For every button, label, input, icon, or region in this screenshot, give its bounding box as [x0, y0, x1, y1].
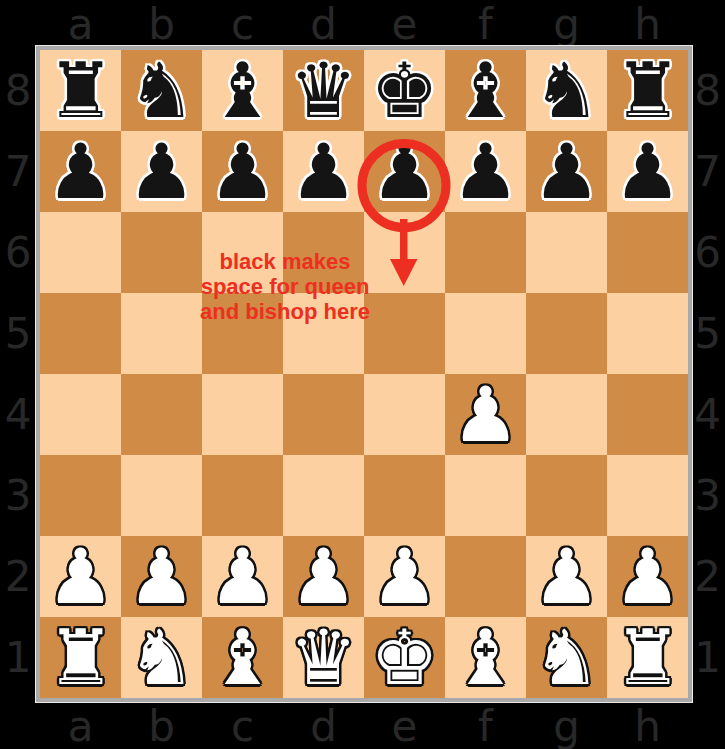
square-b4[interactable] [121, 374, 202, 455]
annotation-line-1: black makes [185, 249, 385, 274]
square-b1[interactable]: ♞ [121, 617, 202, 698]
black-knight-icon: ♞ [127, 50, 195, 131]
black-rook-icon: ♜ [46, 50, 114, 131]
white-bishop-icon: ♝ [208, 617, 276, 698]
square-a4[interactable] [40, 374, 121, 455]
square-a5[interactable] [40, 293, 121, 374]
left-rank-labels: 87654321 [0, 50, 36, 698]
square-g6[interactable] [526, 212, 607, 293]
white-pawn-icon: ♟ [451, 374, 519, 455]
file-label-g: g [526, 702, 607, 749]
square-a7[interactable]: ♟ [40, 131, 121, 212]
rank-label-5: 5 [0, 293, 36, 374]
file-label-d: d [283, 0, 364, 49]
black-bishop-icon: ♝ [208, 50, 276, 131]
rank-label-6: 6 [0, 212, 36, 293]
rank-label-4: 4 [690, 374, 725, 455]
square-g8[interactable]: ♞ [526, 50, 607, 131]
square-c4[interactable] [202, 374, 283, 455]
square-d1[interactable]: ♛ [283, 617, 364, 698]
square-h2[interactable]: ♟ [607, 536, 688, 617]
square-c3[interactable] [202, 455, 283, 536]
white-pawn-icon: ♟ [289, 536, 357, 617]
square-b3[interactable] [121, 455, 202, 536]
black-knight-icon: ♞ [532, 50, 600, 131]
square-c7[interactable]: ♟ [202, 131, 283, 212]
black-pawn-icon: ♟ [613, 131, 681, 212]
black-pawn-icon: ♟ [127, 131, 195, 212]
black-pawn-icon: ♟ [370, 131, 438, 212]
top-file-labels: abcdefgh [40, 0, 688, 46]
square-f4[interactable]: ♟ [445, 374, 526, 455]
square-c8[interactable]: ♝ [202, 50, 283, 131]
black-bishop-icon: ♝ [451, 50, 519, 131]
square-g5[interactable] [526, 293, 607, 374]
annotation-line-2: space for queen [185, 274, 385, 299]
square-e3[interactable] [364, 455, 445, 536]
white-pawn-icon: ♟ [208, 536, 276, 617]
black-king-icon: ♚ [370, 50, 438, 131]
chess-diagram-page: abcdefgh 87654321 ♜♞♝♛♚♝♞♜♟♟♟♟♟♟♟♟♟♟♟♟♟♟… [0, 0, 725, 749]
rank-label-2: 2 [690, 536, 725, 617]
square-f7[interactable]: ♟ [445, 131, 526, 212]
square-b7[interactable]: ♟ [121, 131, 202, 212]
square-d3[interactable] [283, 455, 364, 536]
white-queen-icon: ♛ [289, 617, 357, 698]
square-f5[interactable] [445, 293, 526, 374]
rank-label-8: 8 [690, 50, 725, 131]
square-g7[interactable]: ♟ [526, 131, 607, 212]
white-pawn-icon: ♟ [46, 536, 114, 617]
square-c1[interactable]: ♝ [202, 617, 283, 698]
white-bishop-icon: ♝ [451, 617, 519, 698]
square-d8[interactable]: ♛ [283, 50, 364, 131]
square-a3[interactable] [40, 455, 121, 536]
square-c2[interactable]: ♟ [202, 536, 283, 617]
square-f2[interactable] [445, 536, 526, 617]
rank-label-8: 8 [0, 50, 36, 131]
white-rook-icon: ♜ [613, 617, 681, 698]
white-pawn-icon: ♟ [127, 536, 195, 617]
square-a6[interactable] [40, 212, 121, 293]
square-d4[interactable] [283, 374, 364, 455]
rank-label-1: 1 [690, 617, 725, 698]
square-d7[interactable]: ♟ [283, 131, 364, 212]
black-pawn-icon: ♟ [46, 131, 114, 212]
black-pawn-icon: ♟ [208, 131, 276, 212]
file-label-e: e [364, 702, 445, 749]
file-label-h: h [607, 702, 688, 749]
right-rank-labels: 87654321 [690, 50, 725, 698]
square-b2[interactable]: ♟ [121, 536, 202, 617]
square-h6[interactable] [607, 212, 688, 293]
square-h8[interactable]: ♜ [607, 50, 688, 131]
square-h5[interactable] [607, 293, 688, 374]
file-label-a: a [40, 702, 121, 749]
square-h7[interactable]: ♟ [607, 131, 688, 212]
annotation-text: black makes space for queen and bishop h… [185, 249, 385, 324]
square-g4[interactable] [526, 374, 607, 455]
rank-label-7: 7 [690, 131, 725, 212]
file-label-f: f [445, 702, 526, 749]
white-pawn-icon: ♟ [613, 536, 681, 617]
rank-label-1: 1 [0, 617, 36, 698]
file-label-e: e [364, 0, 445, 49]
rank-label-3: 3 [690, 455, 725, 536]
rank-label-4: 4 [0, 374, 36, 455]
bottom-file-labels: abcdefgh [40, 702, 688, 749]
annotation-line-3: and bishop here [185, 299, 385, 324]
square-e1[interactable]: ♚ [364, 617, 445, 698]
square-g3[interactable] [526, 455, 607, 536]
rank-label-3: 3 [0, 455, 36, 536]
square-b8[interactable]: ♞ [121, 50, 202, 131]
rank-label-2: 2 [0, 536, 36, 617]
square-a1[interactable]: ♜ [40, 617, 121, 698]
black-rook-icon: ♜ [613, 50, 681, 131]
black-pawn-icon: ♟ [289, 131, 357, 212]
file-label-c: c [202, 0, 283, 49]
chess-board: ♜♞♝♛♚♝♞♜♟♟♟♟♟♟♟♟♟♟♟♟♟♟♟♟♜♞♝♛♚♝♞♜ [36, 46, 692, 702]
square-e4[interactable] [364, 374, 445, 455]
square-f8[interactable]: ♝ [445, 50, 526, 131]
file-label-d: d [283, 702, 364, 749]
white-knight-icon: ♞ [532, 617, 600, 698]
white-rook-icon: ♜ [46, 617, 114, 698]
square-h4[interactable] [607, 374, 688, 455]
black-queen-icon: ♛ [289, 50, 357, 131]
square-h1[interactable]: ♜ [607, 617, 688, 698]
file-label-h: h [607, 0, 688, 49]
square-g1[interactable]: ♞ [526, 617, 607, 698]
square-a8[interactable]: ♜ [40, 50, 121, 131]
square-g2[interactable]: ♟ [526, 536, 607, 617]
square-h3[interactable] [607, 455, 688, 536]
file-label-c: c [202, 702, 283, 749]
file-label-b: b [121, 0, 202, 49]
rank-label-7: 7 [0, 131, 36, 212]
file-label-b: b [121, 702, 202, 749]
white-pawn-icon: ♟ [532, 536, 600, 617]
square-e2[interactable]: ♟ [364, 536, 445, 617]
file-label-f: f [445, 0, 526, 49]
rank-label-6: 6 [690, 212, 725, 293]
white-knight-icon: ♞ [127, 617, 195, 698]
white-pawn-icon: ♟ [370, 536, 438, 617]
rank-label-5: 5 [690, 293, 725, 374]
square-f3[interactable] [445, 455, 526, 536]
black-pawn-icon: ♟ [532, 131, 600, 212]
square-e8[interactable]: ♚ [364, 50, 445, 131]
file-label-g: g [526, 0, 607, 49]
black-pawn-icon: ♟ [451, 131, 519, 212]
square-f6[interactable] [445, 212, 526, 293]
square-d2[interactable]: ♟ [283, 536, 364, 617]
white-king-icon: ♚ [370, 617, 438, 698]
square-e7[interactable]: ♟ [364, 131, 445, 212]
square-f1[interactable]: ♝ [445, 617, 526, 698]
file-label-a: a [40, 0, 121, 49]
square-a2[interactable]: ♟ [40, 536, 121, 617]
